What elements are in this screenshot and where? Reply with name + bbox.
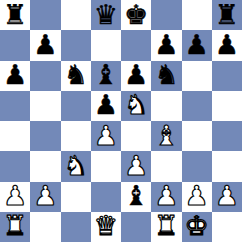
square-b4[interactable] xyxy=(30,121,60,151)
square-c5[interactable] xyxy=(61,91,91,121)
black-pawn[interactable]: ♟ xyxy=(94,91,118,118)
square-c1[interactable] xyxy=(61,212,91,242)
white-pawn[interactable]: ♟ xyxy=(94,122,118,149)
square-a5[interactable] xyxy=(0,91,30,121)
black-queen[interactable]: ♛ xyxy=(94,1,118,28)
square-b2[interactable]: ♟ xyxy=(30,182,60,212)
square-g3[interactable] xyxy=(182,151,212,181)
square-d1[interactable]: ♛ xyxy=(91,212,121,242)
white-pawn[interactable]: ♟ xyxy=(124,152,148,179)
square-d8[interactable]: ♛ xyxy=(91,0,121,30)
square-d4[interactable]: ♟ xyxy=(91,121,121,151)
square-a6[interactable]: ♟ xyxy=(0,61,30,91)
white-knight[interactable]: ♞ xyxy=(64,152,88,179)
black-pawn[interactable]: ♟ xyxy=(33,31,57,58)
square-g2[interactable]: ♟ xyxy=(182,182,212,212)
white-pawn[interactable]: ♟ xyxy=(185,182,209,209)
square-e7[interactable] xyxy=(121,30,151,60)
square-e4[interactable] xyxy=(121,121,151,151)
black-rook[interactable]: ♜ xyxy=(215,1,239,28)
square-h2[interactable]: ♟ xyxy=(212,182,242,212)
square-d5[interactable]: ♟ xyxy=(91,91,121,121)
square-a7[interactable] xyxy=(0,30,30,60)
black-pawn[interactable]: ♟ xyxy=(124,61,148,88)
white-rook[interactable]: ♜ xyxy=(154,212,178,239)
square-e5[interactable]: ♞ xyxy=(121,91,151,121)
square-f6[interactable]: ♞ xyxy=(151,61,181,91)
black-pawn[interactable]: ♟ xyxy=(215,31,239,58)
square-f4[interactable]: ♝ xyxy=(151,121,181,151)
square-h3[interactable] xyxy=(212,151,242,181)
white-pawn[interactable]: ♟ xyxy=(215,182,239,209)
square-b8[interactable] xyxy=(30,0,60,30)
black-pawn[interactable]: ♟ xyxy=(3,61,27,88)
square-b5[interactable] xyxy=(30,91,60,121)
square-c8[interactable] xyxy=(61,0,91,30)
white-pawn[interactable]: ♟ xyxy=(33,182,57,209)
square-c7[interactable] xyxy=(61,30,91,60)
square-b3[interactable] xyxy=(30,151,60,181)
black-king[interactable]: ♚ xyxy=(124,1,148,28)
square-g1[interactable]: ♚ xyxy=(182,212,212,242)
square-g7[interactable]: ♟ xyxy=(182,30,212,60)
white-bishop[interactable]: ♝ xyxy=(154,122,178,149)
square-b1[interactable] xyxy=(30,212,60,242)
white-rook[interactable]: ♜ xyxy=(3,212,27,239)
square-g8[interactable] xyxy=(182,0,212,30)
square-h4[interactable] xyxy=(212,121,242,151)
square-f3[interactable] xyxy=(151,151,181,181)
square-e8[interactable]: ♚ xyxy=(121,0,151,30)
black-knight[interactable]: ♞ xyxy=(64,61,88,88)
square-g4[interactable] xyxy=(182,121,212,151)
square-e1[interactable] xyxy=(121,212,151,242)
white-knight[interactable]: ♞ xyxy=(124,91,148,118)
square-c3[interactable]: ♞ xyxy=(61,151,91,181)
square-f7[interactable]: ♟ xyxy=(151,30,181,60)
square-c6[interactable]: ♞ xyxy=(61,61,91,91)
black-knight[interactable]: ♞ xyxy=(154,61,178,88)
square-a1[interactable]: ♜ xyxy=(0,212,30,242)
square-a4[interactable] xyxy=(0,121,30,151)
square-d3[interactable] xyxy=(91,151,121,181)
black-bishop[interactable]: ♝ xyxy=(124,182,148,209)
square-c2[interactable] xyxy=(61,182,91,212)
square-d6[interactable]: ♝ xyxy=(91,61,121,91)
square-f1[interactable]: ♜ xyxy=(151,212,181,242)
square-a2[interactable]: ♟ xyxy=(0,182,30,212)
white-queen[interactable]: ♛ xyxy=(94,212,118,239)
square-f8[interactable] xyxy=(151,0,181,30)
black-bishop[interactable]: ♝ xyxy=(94,61,118,88)
square-h7[interactable]: ♟ xyxy=(212,30,242,60)
square-h5[interactable] xyxy=(212,91,242,121)
square-b6[interactable] xyxy=(30,61,60,91)
black-pawn[interactable]: ♟ xyxy=(154,31,178,58)
square-c4[interactable] xyxy=(61,121,91,151)
square-h8[interactable]: ♜ xyxy=(212,0,242,30)
white-king[interactable]: ♚ xyxy=(185,212,209,239)
square-e3[interactable]: ♟ xyxy=(121,151,151,181)
square-d7[interactable] xyxy=(91,30,121,60)
square-b7[interactable]: ♟ xyxy=(30,30,60,60)
square-g5[interactable] xyxy=(182,91,212,121)
square-e6[interactable]: ♟ xyxy=(121,61,151,91)
square-d2[interactable] xyxy=(91,182,121,212)
square-a3[interactable] xyxy=(0,151,30,181)
white-pawn[interactable]: ♟ xyxy=(3,182,27,209)
square-h6[interactable] xyxy=(212,61,242,91)
square-h1[interactable] xyxy=(212,212,242,242)
square-e2[interactable]: ♝ xyxy=(121,182,151,212)
square-f2[interactable]: ♟ xyxy=(151,182,181,212)
square-f5[interactable] xyxy=(151,91,181,121)
square-a8[interactable]: ♜ xyxy=(0,0,30,30)
square-g6[interactable] xyxy=(182,61,212,91)
black-rook[interactable]: ♜ xyxy=(3,1,27,28)
chess-board: ♜♛♚♜♟♟♟♟♟♞♝♟♞♟♞♟♝♞♟♟♟♝♟♟♟♜♛♜♚ xyxy=(0,0,242,242)
white-pawn[interactable]: ♟ xyxy=(154,182,178,209)
black-pawn[interactable]: ♟ xyxy=(185,31,209,58)
